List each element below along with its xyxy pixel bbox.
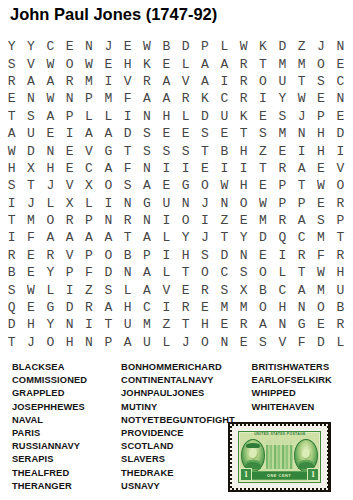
grid-cell: T <box>215 229 234 246</box>
grid-cell: M <box>137 316 156 333</box>
grid-cell: I <box>331 142 350 159</box>
grid-cell: L <box>79 195 98 212</box>
grid-cell: E <box>21 264 40 281</box>
word-item: RUSSIANNAVY <box>12 440 121 453</box>
grid-cell: N <box>41 142 60 159</box>
grid-cell: R <box>273 212 292 229</box>
grid-cell: J <box>311 38 330 55</box>
grid-cell: N <box>99 212 118 229</box>
grid-cell: J <box>195 195 214 212</box>
grid-cell: E <box>21 247 40 264</box>
grid-cell: W <box>234 38 253 55</box>
grid-cell: T <box>176 316 195 333</box>
grid-cell: P <box>331 212 350 229</box>
grid-cell: B <box>157 38 176 55</box>
grid-cell: P <box>273 177 292 194</box>
grid-cell: W <box>292 90 311 107</box>
word-item: BONHOMMERICHARD <box>121 361 252 374</box>
grid-cell: I <box>60 281 79 298</box>
grid-cell: U <box>331 281 350 298</box>
grid-cell: M <box>215 299 234 316</box>
grid-cell: H <box>176 247 195 264</box>
grid-cell: A <box>157 73 176 90</box>
grid-cell: S <box>118 177 137 194</box>
word-item: SERAPIS <box>12 453 121 466</box>
grid-cell: E <box>311 160 330 177</box>
grid-cell: T <box>2 334 21 351</box>
grid-cell: J <box>176 334 195 351</box>
grid-cell: I <box>195 212 214 229</box>
grid-cell: P <box>195 38 214 55</box>
grid-cell: M <box>234 299 253 316</box>
grid-cell: B <box>2 264 21 281</box>
grid-cell: E <box>311 316 330 333</box>
grid-cell: V <box>79 142 98 159</box>
grid-cell: L <box>273 264 292 281</box>
grid-cell: O <box>41 212 60 229</box>
page-title: John Paul Jones (1747-92) <box>10 5 217 24</box>
grid-cell: L <box>41 195 60 212</box>
grid-cell: T <box>292 73 311 90</box>
grid-cell: S <box>21 108 40 125</box>
grid-cell: L <box>99 108 118 125</box>
grid-cell: E <box>253 177 272 194</box>
grid-cell: W <box>215 177 234 194</box>
grid-cell: E <box>311 90 330 107</box>
grid-cell: P <box>311 108 330 125</box>
grid-cell: P <box>60 264 79 281</box>
grid-cell: C <box>331 73 350 90</box>
grid-cell: S <box>311 212 330 229</box>
grid-cell: M <box>21 212 40 229</box>
grid-cell: O <box>253 264 272 281</box>
grid-cell: E <box>311 195 330 212</box>
grid-cell: F <box>311 247 330 264</box>
grid-cell: E <box>195 299 214 316</box>
grid-cell: W <box>137 38 156 55</box>
grid-cell: D <box>21 142 40 159</box>
grid-cell: T <box>292 177 311 194</box>
grid-cell: E <box>331 55 350 72</box>
grid-cell: I <box>118 108 137 125</box>
grid-cell: M <box>273 125 292 142</box>
grid-cell: T <box>2 108 21 125</box>
grid-cell: A <box>60 229 79 246</box>
grid-cell: H <box>118 299 137 316</box>
grid-cell: D <box>2 316 21 333</box>
grid-cell: O <box>311 299 330 316</box>
grid-cell: W <box>253 195 272 212</box>
grid-cell: E <box>215 125 234 142</box>
stamp-bottom-text: ONE CENT <box>267 474 291 478</box>
grid-cell: A <box>253 316 272 333</box>
grid-cell: F <box>79 264 98 281</box>
word-item: CONTINENTALNAVY <box>121 374 252 387</box>
grid-cell: H <box>118 55 137 72</box>
grid-cell: D <box>99 264 118 281</box>
grid-cell: V <box>331 160 350 177</box>
grid-cell: O <box>253 73 272 90</box>
grid-cell: S <box>234 264 253 281</box>
grid-cell: W <box>41 55 60 72</box>
grid-cell: M <box>311 229 330 246</box>
grid-cell: R <box>176 90 195 107</box>
grid-cell: E <box>176 125 195 142</box>
grid-cell: K <box>195 90 214 107</box>
grid-cell: N <box>137 212 156 229</box>
grid-cell: F <box>292 334 311 351</box>
grid-cell: I <box>99 195 118 212</box>
grid-cell: O <box>195 264 214 281</box>
grid-cell: I <box>215 73 234 90</box>
grid-cell: D <box>176 38 195 55</box>
grid-cell: A <box>195 73 214 90</box>
grid-cell: R <box>331 195 350 212</box>
grid-cell: I <box>60 125 79 142</box>
grid-cell: T <box>253 160 272 177</box>
grid-cell: A <box>21 73 40 90</box>
grid-cell: I <box>253 90 272 107</box>
grid-cell: V <box>157 281 176 298</box>
grid-cell: E <box>99 55 118 72</box>
grid-cell: P <box>273 195 292 212</box>
grid-cell: A <box>157 90 176 107</box>
grid-cell: P <box>79 247 98 264</box>
grid-cell: A <box>41 108 60 125</box>
grid-cell: P <box>60 108 79 125</box>
word-item: BLACKSEA <box>12 361 121 374</box>
grid-cell: W <box>79 55 98 72</box>
grid-cell: R <box>234 316 253 333</box>
word-item: EARLOFSELKIRK <box>252 374 349 387</box>
grid-cell: D <box>195 108 214 125</box>
word-item: NAVAL <box>12 414 121 427</box>
grid-cell: A <box>292 212 311 229</box>
grid-cell: P <box>99 334 118 351</box>
stamp-artwork: UNITED STATES POSTAGE ONE CENT 1 1 <box>238 431 321 483</box>
grid-cell: A <box>99 125 118 142</box>
grid-cell: S <box>157 142 176 159</box>
grid-cell: Z <box>292 38 311 55</box>
grid-cell: E <box>60 38 79 55</box>
grid-cell: R <box>60 73 79 90</box>
grid-cell: H <box>273 299 292 316</box>
grid-cell: T <box>118 142 137 159</box>
grid-cell: Q <box>273 229 292 246</box>
grid-cell: T <box>2 212 21 229</box>
grid-cell: H <box>234 142 253 159</box>
grid-cell: A <box>137 229 156 246</box>
grid-cell: A <box>118 334 137 351</box>
grid-cell: O <box>41 334 60 351</box>
grid-cell: E <box>273 142 292 159</box>
word-item: WHIPPED <box>252 387 349 400</box>
grid-cell: H <box>21 316 40 333</box>
grid-cell: G <box>176 177 195 194</box>
word-item: THEALFRED <box>12 467 121 480</box>
grid-cell: A <box>137 264 156 281</box>
grid-cell: D <box>118 125 137 142</box>
grid-cell: A <box>215 55 234 72</box>
grid-cell: E <box>157 55 176 72</box>
grid-cell: K <box>137 55 156 72</box>
grid-cell: K <box>253 38 272 55</box>
stamp-denomination-left: 1 <box>240 468 252 481</box>
grid-cell: T <box>331 229 350 246</box>
tricorn-hat <box>246 443 260 448</box>
grid-cell: O <box>331 177 350 194</box>
grid-cell: X <box>21 160 40 177</box>
grid-cell: R <box>118 212 137 229</box>
grid-cell: A <box>99 229 118 246</box>
grid-cell: E <box>234 334 253 351</box>
grid-cell: U <box>157 195 176 212</box>
grid-cell: O <box>60 55 79 72</box>
grid-cell: S <box>195 125 214 142</box>
grid-cell: Z <box>157 316 176 333</box>
grid-cell: B <box>253 281 272 298</box>
grid-cell: E <box>253 108 272 125</box>
grid-cell: T <box>292 264 311 281</box>
word-item: THERANGER <box>12 480 121 493</box>
grid-cell: N <box>137 160 156 177</box>
grid-cell: D <box>311 334 330 351</box>
grid-cell: L <box>157 334 176 351</box>
grid-cell: P <box>292 195 311 212</box>
grid-cell: S <box>176 142 195 159</box>
grid-cell: Y <box>21 38 40 55</box>
grid-cell: G <box>41 299 60 316</box>
grid-cell: R <box>2 247 21 264</box>
grid-cell: D <box>273 38 292 55</box>
grid-cell: C <box>137 299 156 316</box>
grid-cell: L <box>215 38 234 55</box>
grid-cell: T <box>118 229 137 246</box>
grid-cell: J <box>292 108 311 125</box>
grid-cell: I <box>79 316 98 333</box>
postage-stamp: UNITED STATES POSTAGE ONE CENT 1 1 <box>228 422 331 492</box>
grid-cell: T <box>176 264 195 281</box>
grid-cell: T <box>99 316 118 333</box>
grid-cell: I <box>234 160 253 177</box>
grid-cell: D <box>215 247 234 264</box>
grid-cell: K <box>234 108 253 125</box>
grid-cell: W <box>311 177 330 194</box>
stamp-denomination-right: 1 <box>307 468 319 481</box>
grid-cell: O <box>253 299 272 316</box>
grid-cell: N <box>215 334 234 351</box>
portrait-face <box>302 449 311 460</box>
grid-cell: G <box>99 142 118 159</box>
grid-cell: A <box>137 281 156 298</box>
grid-cell: T <box>234 125 253 142</box>
word-item: JOSEPHHEWES <box>12 401 121 414</box>
grid-cell: P <box>79 90 98 107</box>
grid-cell: L <box>118 281 137 298</box>
grid-cell: V <box>21 55 40 72</box>
grid-cell: E <box>331 108 350 125</box>
grid-cell: U <box>21 125 40 142</box>
grid-cell: Y <box>234 229 253 246</box>
grid-cell: E <box>195 160 214 177</box>
word-item: COMMISSIONED <box>12 374 121 387</box>
grid-cell: L <box>41 281 60 298</box>
grid-cell: C <box>292 229 311 246</box>
grid-cell: J <box>21 334 40 351</box>
grid-cell: I <box>2 195 21 212</box>
grid-cell: Y <box>273 90 292 107</box>
grid-cell: N <box>215 195 234 212</box>
grid-cell: A <box>292 281 311 298</box>
grid-cell: A <box>99 299 118 316</box>
grid-cell: N <box>79 334 98 351</box>
portrait-face <box>249 449 258 460</box>
grid-cell: X <box>234 281 253 298</box>
grid-cell: W <box>41 90 60 107</box>
grid-cell: H <box>60 334 79 351</box>
grid-cell: R <box>79 299 98 316</box>
grid-cell: H <box>195 316 214 333</box>
grid-cell: S <box>2 281 21 298</box>
grid-cell: M <box>253 212 272 229</box>
grid-cell: W <box>311 264 330 281</box>
grid-cell: B <box>118 247 137 264</box>
grid-cell: D <box>331 125 350 142</box>
grid-cell: I <box>2 229 21 246</box>
grid-cell: L <box>157 264 176 281</box>
grid-cell: Z <box>215 212 234 229</box>
grid-cell: V <box>118 73 137 90</box>
grid-cell: H <box>311 142 330 159</box>
grid-cell: Y <box>2 38 21 55</box>
grid-cell: A <box>292 160 311 177</box>
stamp-denomination-banner: ONE CENT <box>251 471 308 480</box>
grid-cell: M <box>79 73 98 90</box>
grid-cell: N <box>292 299 311 316</box>
grid-cell: E <box>2 90 21 107</box>
grid-cell: A <box>137 177 156 194</box>
grid-cell: I <box>176 160 195 177</box>
grid-cell: A <box>137 90 156 107</box>
grid-cell: N <box>60 90 79 107</box>
grid-cell: H <box>234 177 253 194</box>
grid-cell: U <box>215 108 234 125</box>
grid-cell: F <box>118 160 137 177</box>
grid-cell: Z <box>79 281 98 298</box>
grid-cell: I <box>273 247 292 264</box>
grid-cell: J <box>99 38 118 55</box>
grid-cell: R <box>331 316 350 333</box>
grid-cell: E <box>253 247 272 264</box>
grid-cell: E <box>215 316 234 333</box>
grid-cell: O <box>99 247 118 264</box>
stamp-top-text: UNITED STATES POSTAGE <box>254 432 305 436</box>
grid-cell: A <box>99 160 118 177</box>
grid-cell: I <box>157 247 176 264</box>
grid-cell: L <box>157 229 176 246</box>
grid-cell: Y <box>41 264 60 281</box>
grid-cell: I <box>215 160 234 177</box>
grid-cell: N <box>176 195 195 212</box>
grid-cell: R <box>176 299 195 316</box>
grid-cell: R <box>292 247 311 264</box>
grid-cell: A <box>79 229 98 246</box>
grid-cell: E <box>157 177 176 194</box>
grid-cell: L <box>176 55 195 72</box>
grid-cell: A <box>41 229 60 246</box>
grid-cell: N <box>60 316 79 333</box>
grid-cell: S <box>195 247 214 264</box>
grid-cell: M <box>292 55 311 72</box>
grid-cell: S <box>215 281 234 298</box>
grid-cell: F <box>21 229 40 246</box>
grid-cell: B <box>331 299 350 316</box>
word-list-column: BLACKSEACOMMISSIONEDGRAPPLEDJOSEPHHEWESN… <box>12 361 121 493</box>
grid-cell: O <box>311 55 330 72</box>
grid-cell: E <box>60 160 79 177</box>
grid-cell: I <box>292 142 311 159</box>
grid-cell: O <box>176 212 195 229</box>
grid-cell: W <box>21 281 40 298</box>
grid-cell: J <box>41 177 60 194</box>
grid-cell: R <box>60 212 79 229</box>
grid-cell: U <box>137 334 156 351</box>
grid-cell: S <box>2 177 21 194</box>
grid-cell: N <box>118 195 137 212</box>
grid-cell: S <box>273 108 292 125</box>
grid-cell: H <box>2 160 21 177</box>
grid-cell: M <box>99 90 118 107</box>
grid-cell: N <box>273 316 292 333</box>
grid-cell: X <box>79 177 98 194</box>
grid-cell: C <box>215 264 234 281</box>
grid-cell: O <box>234 195 253 212</box>
grid-cell: S <box>253 334 272 351</box>
grid-cell: O <box>99 177 118 194</box>
grid-cell: Y <box>176 229 195 246</box>
grid-cell: S <box>2 55 21 72</box>
grid-cell: V <box>176 73 195 90</box>
grid-cell: E <box>41 125 60 142</box>
grid-cell: C <box>41 38 60 55</box>
grid-cell: F <box>118 90 137 107</box>
grid-cell: C <box>273 281 292 298</box>
grid-cell: G <box>137 195 156 212</box>
grid-cell: R <box>2 73 21 90</box>
grid-cell: V <box>60 247 79 264</box>
grid-cell: A <box>79 125 98 142</box>
grid-cell: L <box>79 108 98 125</box>
grid-cell: A <box>41 73 60 90</box>
grid-cell: O <box>195 177 214 194</box>
grid-cell: V <box>60 177 79 194</box>
grid-cell: U <box>273 73 292 90</box>
grid-cell: E <box>234 212 253 229</box>
grid-cell: D <box>60 299 79 316</box>
grid-cell: A <box>195 55 214 72</box>
grid-cell: H <box>331 264 350 281</box>
grid-cell: N <box>331 90 350 107</box>
grid-cell: N <box>118 264 137 281</box>
grid-cell: S <box>311 73 330 90</box>
grid-cell: S <box>137 142 156 159</box>
grid-cell: H <box>157 108 176 125</box>
grid-cell: S <box>253 125 272 142</box>
grid-cell: N <box>331 38 350 55</box>
grid-cell: I <box>157 212 176 229</box>
grid-cell: N <box>292 125 311 142</box>
word-item: JOHNPAULJONES <box>121 387 252 400</box>
